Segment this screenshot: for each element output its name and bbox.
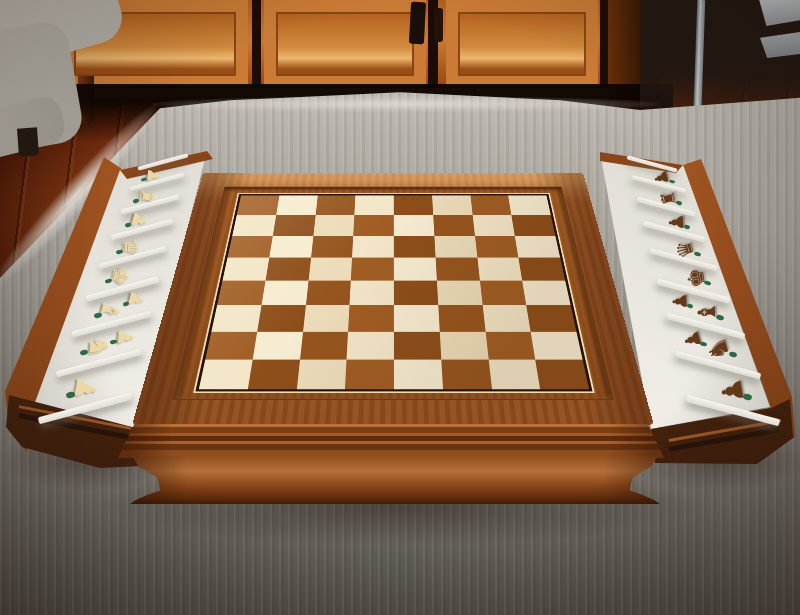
scene: ♟♜♟♛♚♝♟♞♟♟ ♟♜♟♛♚♝♟♞♟♟ xyxy=(0,0,800,615)
black-pawn-piece[interactable]: ♟ xyxy=(717,376,749,405)
white-knight-piece[interactable]: ♞ xyxy=(85,335,112,360)
black-pawn-piece[interactable]: ♟ xyxy=(670,293,690,312)
drawer-divider xyxy=(626,155,677,172)
white-pawn-piece[interactable]: ♟ xyxy=(69,374,101,403)
white-pawn-piece[interactable]: ♟ xyxy=(114,327,136,347)
